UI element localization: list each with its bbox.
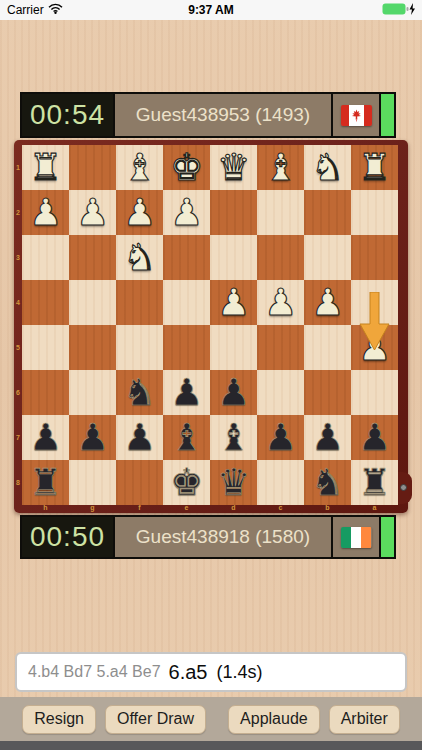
ireland-flag-icon bbox=[341, 527, 372, 548]
top-player-bar: 00:54 Guest438953 (1493) bbox=[20, 92, 396, 138]
square-g1[interactable] bbox=[69, 145, 116, 190]
square-g8[interactable] bbox=[69, 460, 116, 505]
square-b3[interactable] bbox=[304, 235, 351, 280]
square-e8[interactable]: ♚ bbox=[163, 460, 210, 505]
square-e7[interactable]: ♝ bbox=[163, 415, 210, 460]
arbiter-button[interactable]: Arbiter bbox=[329, 705, 400, 734]
square-d1[interactable]: ♛ bbox=[210, 145, 257, 190]
black-bishop-piece: ♝ bbox=[163, 415, 210, 460]
white-king-piece: ♚ bbox=[163, 145, 210, 190]
square-e5[interactable] bbox=[163, 325, 210, 370]
rank-label: 4 bbox=[14, 280, 22, 325]
square-a7[interactable]: ♟ bbox=[351, 415, 398, 460]
black-pawn-piece: ♟ bbox=[210, 370, 257, 415]
black-pawn-piece: ♟ bbox=[116, 415, 163, 460]
square-f3[interactable]: ♞ bbox=[116, 235, 163, 280]
square-b8[interactable]: ♞ bbox=[304, 460, 351, 505]
move-list-field[interactable]: 4.b4 Bd7 5.a4 Be7 6.a5 (1.4s) bbox=[15, 652, 407, 692]
white-pawn-piece: ♟ bbox=[257, 280, 304, 325]
square-a8[interactable]: ♜ bbox=[351, 460, 398, 505]
square-f4[interactable] bbox=[116, 280, 163, 325]
offer-draw-button[interactable]: Offer Draw bbox=[105, 705, 206, 734]
square-e3[interactable] bbox=[163, 235, 210, 280]
square-h5[interactable] bbox=[22, 325, 69, 370]
square-f7[interactable]: ♟ bbox=[116, 415, 163, 460]
square-b6[interactable] bbox=[304, 370, 351, 415]
square-g6[interactable] bbox=[69, 370, 116, 415]
square-f5[interactable] bbox=[116, 325, 163, 370]
status-time: 9:37 AM bbox=[0, 3, 422, 17]
square-h8[interactable]: ♜ bbox=[22, 460, 69, 505]
white-rook-piece: ♜ bbox=[351, 145, 398, 190]
white-bishop-piece: ♝ bbox=[257, 145, 304, 190]
square-e6[interactable]: ♟ bbox=[163, 370, 210, 415]
bottom-player-status-indicator bbox=[379, 517, 394, 557]
square-a4[interactable] bbox=[351, 280, 398, 325]
action-toolbar: Resign Offer Draw Applaude Arbiter bbox=[0, 697, 422, 741]
square-c5[interactable] bbox=[257, 325, 304, 370]
bottom-player-flag-box bbox=[331, 517, 379, 557]
square-c7[interactable]: ♟ bbox=[257, 415, 304, 460]
top-player-name: Guest438953 (1493) bbox=[115, 94, 331, 136]
rank-label: 2 bbox=[14, 190, 22, 235]
rank-labels: 12345678 bbox=[14, 145, 22, 505]
white-rook-piece: ♜ bbox=[22, 145, 69, 190]
white-pawn-piece: ♟ bbox=[69, 190, 116, 235]
chess-board: 12345678 hgfedcba ♜♝♚♛♝♞♜♟♟♟♟♞♟♟♟♟♞♟♟♟♟♟… bbox=[14, 140, 408, 513]
black-pawn-piece: ♟ bbox=[22, 415, 69, 460]
rank-label: 5 bbox=[14, 325, 22, 370]
white-pawn-piece: ♟ bbox=[22, 190, 69, 235]
square-g5[interactable] bbox=[69, 325, 116, 370]
square-c8[interactable] bbox=[257, 460, 304, 505]
square-c2[interactable] bbox=[257, 190, 304, 235]
white-knight-piece: ♞ bbox=[304, 145, 351, 190]
rank-label: 6 bbox=[14, 370, 22, 415]
square-b7[interactable]: ♟ bbox=[304, 415, 351, 460]
white-pawn-piece: ♟ bbox=[351, 325, 398, 370]
square-f1[interactable]: ♝ bbox=[116, 145, 163, 190]
square-d6[interactable]: ♟ bbox=[210, 370, 257, 415]
square-a2[interactable] bbox=[351, 190, 398, 235]
square-b1[interactable]: ♞ bbox=[304, 145, 351, 190]
top-player-clock: 00:54 bbox=[22, 94, 115, 136]
square-h4[interactable] bbox=[22, 280, 69, 325]
square-g3[interactable] bbox=[69, 235, 116, 280]
resign-button[interactable]: Resign bbox=[22, 705, 96, 734]
square-a3[interactable] bbox=[351, 235, 398, 280]
square-c6[interactable] bbox=[257, 370, 304, 415]
bottom-player-name: Guest438918 (1580) bbox=[115, 517, 331, 557]
rank-label: 1 bbox=[14, 145, 22, 190]
top-player-flag-box bbox=[331, 94, 379, 136]
bottom-strip bbox=[0, 741, 422, 750]
square-h6[interactable] bbox=[22, 370, 69, 415]
square-h3[interactable] bbox=[22, 235, 69, 280]
square-a1[interactable]: ♜ bbox=[351, 145, 398, 190]
square-a5[interactable]: ♟ bbox=[351, 325, 398, 370]
black-rook-piece: ♜ bbox=[22, 460, 69, 505]
black-pawn-piece: ♟ bbox=[257, 415, 304, 460]
black-bishop-piece: ♝ bbox=[210, 415, 257, 460]
square-c4[interactable]: ♟ bbox=[257, 280, 304, 325]
bottom-player-bar: 00:50 Guest438918 (1580) bbox=[20, 515, 396, 559]
rank-label: 3 bbox=[14, 235, 22, 280]
square-c3[interactable] bbox=[257, 235, 304, 280]
board-squares: ♜♝♚♛♝♞♜♟♟♟♟♞♟♟♟♟♞♟♟♟♟♟♝♝♟♟♟♜♚♛♞♜ bbox=[22, 145, 398, 505]
square-g7[interactable]: ♟ bbox=[69, 415, 116, 460]
black-knight-piece: ♞ bbox=[116, 370, 163, 415]
white-queen-piece: ♛ bbox=[210, 145, 257, 190]
square-h1[interactable]: ♜ bbox=[22, 145, 69, 190]
square-a6[interactable] bbox=[351, 370, 398, 415]
black-pawn-piece: ♟ bbox=[351, 415, 398, 460]
square-g4[interactable] bbox=[69, 280, 116, 325]
white-knight-piece: ♞ bbox=[116, 235, 163, 280]
applaude-button[interactable]: Applaude bbox=[228, 705, 320, 734]
square-e4[interactable] bbox=[163, 280, 210, 325]
square-h2[interactable]: ♟ bbox=[22, 190, 69, 235]
square-b5[interactable] bbox=[304, 325, 351, 370]
white-pawn-piece: ♟ bbox=[304, 280, 351, 325]
square-d3[interactable] bbox=[210, 235, 257, 280]
rank-label: 7 bbox=[14, 415, 22, 460]
square-d5[interactable] bbox=[210, 325, 257, 370]
white-pawn-piece: ♟ bbox=[116, 190, 163, 235]
square-b2[interactable] bbox=[304, 190, 351, 235]
square-e2[interactable]: ♟ bbox=[163, 190, 210, 235]
square-d7[interactable]: ♝ bbox=[210, 415, 257, 460]
square-d2[interactable] bbox=[210, 190, 257, 235]
black-pawn-piece: ♟ bbox=[163, 370, 210, 415]
square-d4[interactable]: ♟ bbox=[210, 280, 257, 325]
rank-label: 8 bbox=[14, 460, 22, 505]
square-f2[interactable]: ♟ bbox=[116, 190, 163, 235]
black-knight-piece: ♞ bbox=[304, 460, 351, 505]
square-h7[interactable]: ♟ bbox=[22, 415, 69, 460]
white-pawn-piece: ♟ bbox=[210, 280, 257, 325]
square-f8[interactable] bbox=[116, 460, 163, 505]
top-player-status-indicator bbox=[379, 94, 394, 136]
current-move-text: 6.a5 bbox=[169, 661, 208, 684]
black-pawn-piece: ♟ bbox=[304, 415, 351, 460]
black-king-piece: ♚ bbox=[163, 460, 210, 505]
square-d8[interactable]: ♛ bbox=[210, 460, 257, 505]
white-pawn-piece: ♟ bbox=[163, 190, 210, 235]
canada-flag-icon bbox=[341, 105, 372, 126]
black-queen-piece: ♛ bbox=[210, 460, 257, 505]
move-time-text: (1.4s) bbox=[217, 662, 263, 683]
black-rook-piece: ♜ bbox=[351, 460, 398, 505]
square-e1[interactable]: ♚ bbox=[163, 145, 210, 190]
square-f6[interactable]: ♞ bbox=[116, 370, 163, 415]
square-c1[interactable]: ♝ bbox=[257, 145, 304, 190]
bottom-player-clock: 00:50 bbox=[22, 517, 115, 557]
square-b4[interactable]: ♟ bbox=[304, 280, 351, 325]
black-pawn-piece: ♟ bbox=[69, 415, 116, 460]
square-g2[interactable]: ♟ bbox=[69, 190, 116, 235]
previous-moves-text: 4.b4 Bd7 5.a4 Be7 bbox=[28, 663, 161, 681]
white-bishop-piece: ♝ bbox=[116, 145, 163, 190]
status-bar: Carrier 9:37 AM bbox=[0, 0, 422, 20]
board-frame-knob bbox=[400, 484, 407, 491]
chess-app-screen: Carrier 9:37 AM 00:54 bbox=[0, 0, 422, 750]
